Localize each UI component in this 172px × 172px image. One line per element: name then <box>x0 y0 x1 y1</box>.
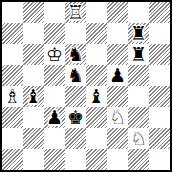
square-e3[interactable] <box>86 107 107 128</box>
square-f1[interactable] <box>107 149 128 170</box>
chess-board: ♖♜♔♞♜♞♟♗♝♝♟♚♘♘ <box>0 0 172 172</box>
square-g7[interactable]: ♜ <box>128 23 149 44</box>
square-f7[interactable] <box>107 23 128 44</box>
piece-black-bishop[interactable]: ♝ <box>25 86 42 107</box>
square-f3[interactable]: ♘ <box>107 107 128 128</box>
square-g1[interactable] <box>128 149 149 170</box>
square-c2[interactable] <box>44 128 65 149</box>
square-h8[interactable] <box>149 2 170 23</box>
square-h5[interactable] <box>149 65 170 86</box>
square-a8[interactable] <box>2 2 23 23</box>
square-d5[interactable]: ♞ <box>65 65 86 86</box>
piece-black-pawn[interactable]: ♟ <box>46 107 63 128</box>
square-e4[interactable]: ♝ <box>86 86 107 107</box>
chess-diagram: ♖♜♔♞♜♞♟♗♝♝♟♚♘♘ <box>0 0 172 172</box>
square-h1[interactable] <box>149 149 170 170</box>
square-g6[interactable]: ♜ <box>128 44 149 65</box>
square-f4[interactable] <box>107 86 128 107</box>
square-c5[interactable] <box>44 65 65 86</box>
square-c7[interactable] <box>44 23 65 44</box>
square-a3[interactable] <box>2 107 23 128</box>
piece-white-knight[interactable]: ♘ <box>130 128 147 149</box>
square-e5[interactable] <box>86 65 107 86</box>
piece-black-pawn[interactable]: ♟ <box>109 65 126 86</box>
square-a5[interactable] <box>2 65 23 86</box>
square-h3[interactable] <box>149 107 170 128</box>
square-g2[interactable]: ♘ <box>128 128 149 149</box>
square-c6[interactable]: ♔ <box>44 44 65 65</box>
square-b7[interactable] <box>23 23 44 44</box>
piece-white-bishop[interactable]: ♗ <box>4 86 21 107</box>
square-b2[interactable] <box>23 128 44 149</box>
piece-black-knight[interactable]: ♞ <box>67 65 84 86</box>
piece-black-bishop[interactable]: ♝ <box>88 86 105 107</box>
square-g8[interactable] <box>128 2 149 23</box>
square-d4[interactable] <box>65 86 86 107</box>
square-a6[interactable] <box>2 44 23 65</box>
piece-white-knight[interactable]: ♘ <box>109 107 126 128</box>
square-e8[interactable] <box>86 2 107 23</box>
square-b8[interactable] <box>23 2 44 23</box>
square-b3[interactable] <box>23 107 44 128</box>
square-e2[interactable] <box>86 128 107 149</box>
square-h6[interactable] <box>149 44 170 65</box>
square-b1[interactable] <box>23 149 44 170</box>
square-c4[interactable] <box>44 86 65 107</box>
square-e7[interactable] <box>86 23 107 44</box>
square-d3[interactable]: ♚ <box>65 107 86 128</box>
square-d1[interactable] <box>65 149 86 170</box>
piece-black-king[interactable]: ♚ <box>67 107 84 128</box>
square-d6[interactable]: ♞ <box>65 44 86 65</box>
square-b4[interactable]: ♝ <box>23 86 44 107</box>
piece-black-rook[interactable]: ♜ <box>130 44 147 65</box>
square-a7[interactable] <box>2 23 23 44</box>
square-a4[interactable]: ♗ <box>2 86 23 107</box>
square-a2[interactable] <box>2 128 23 149</box>
square-c8[interactable] <box>44 2 65 23</box>
square-c3[interactable]: ♟ <box>44 107 65 128</box>
square-f5[interactable]: ♟ <box>107 65 128 86</box>
piece-black-rook[interactable]: ♜ <box>130 23 147 44</box>
square-d8[interactable]: ♖ <box>65 2 86 23</box>
square-f8[interactable] <box>107 2 128 23</box>
square-d2[interactable] <box>65 128 86 149</box>
piece-black-knight[interactable]: ♞ <box>67 44 84 65</box>
piece-white-king[interactable]: ♔ <box>46 44 63 65</box>
square-e6[interactable] <box>86 44 107 65</box>
square-b5[interactable] <box>23 65 44 86</box>
square-h7[interactable] <box>149 23 170 44</box>
square-b6[interactable] <box>23 44 44 65</box>
square-g5[interactable] <box>128 65 149 86</box>
square-f6[interactable] <box>107 44 128 65</box>
piece-white-rook[interactable]: ♖ <box>67 2 84 23</box>
square-a1[interactable] <box>2 149 23 170</box>
square-d7[interactable] <box>65 23 86 44</box>
square-h2[interactable] <box>149 128 170 149</box>
square-g3[interactable] <box>128 107 149 128</box>
square-c1[interactable] <box>44 149 65 170</box>
square-f2[interactable] <box>107 128 128 149</box>
square-h4[interactable] <box>149 86 170 107</box>
square-g4[interactable] <box>128 86 149 107</box>
square-e1[interactable] <box>86 149 107 170</box>
